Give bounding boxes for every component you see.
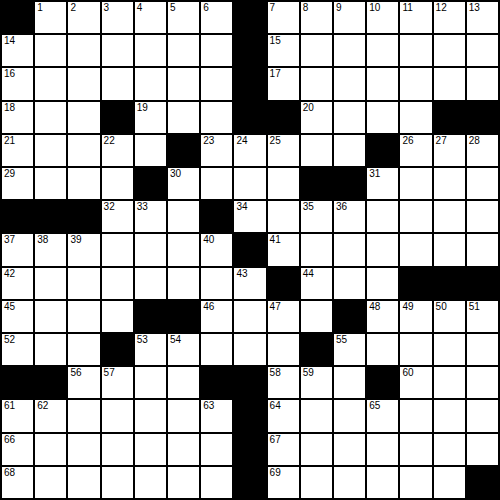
clue-number-15: 15 — [270, 35, 281, 47]
clue-number-6: 6 — [203, 2, 209, 14]
clue-number-17: 17 — [270, 68, 281, 80]
white-cell-r7c10[interactable]: 35 — [301, 201, 332, 232]
white-cell-r11c3[interactable] — [68, 334, 99, 365]
black-square-r10c5 — [135, 301, 166, 332]
white-cell-r11c14[interactable] — [434, 334, 465, 365]
clue-number-31: 31 — [369, 168, 380, 180]
white-cell-r7c13[interactable] — [400, 201, 431, 232]
white-cell-r7c4[interactable]: 32 — [102, 201, 133, 232]
white-cell-r10c2[interactable] — [35, 301, 66, 332]
clue-number-58: 58 — [270, 367, 281, 379]
white-cell-r14c9[interactable]: 67 — [268, 434, 299, 465]
black-square-r12c12 — [367, 367, 398, 398]
white-cell-r5c5[interactable] — [135, 135, 166, 166]
white-cell-r2c9[interactable]: 15 — [268, 35, 299, 66]
black-square-r9c15 — [467, 268, 498, 299]
white-cell-r10c1[interactable]: 45 — [2, 301, 33, 332]
white-cell-r14c10[interactable] — [301, 434, 332, 465]
clue-number-35: 35 — [303, 201, 314, 213]
clue-number-61: 61 — [4, 400, 15, 412]
white-cell-r15c14[interactable] — [434, 467, 465, 498]
white-cell-r13c10[interactable] — [301, 400, 332, 431]
white-cell-r13c12[interactable]: 65 — [367, 400, 398, 431]
white-cell-r13c3[interactable] — [68, 400, 99, 431]
white-cell-r9c11[interactable] — [334, 268, 365, 299]
white-cell-r4c5[interactable]: 19 — [135, 102, 166, 133]
white-cell-r12c9[interactable]: 58 — [268, 367, 299, 398]
white-cell-r14c4[interactable] — [102, 434, 133, 465]
white-cell-r1c13[interactable]: 11 — [400, 2, 431, 33]
white-cell-r13c11[interactable] — [334, 400, 365, 431]
white-cell-r3c15[interactable] — [467, 68, 498, 99]
white-cell-r12c13[interactable]: 60 — [400, 367, 431, 398]
black-square-r12c1 — [2, 367, 33, 398]
black-square-r7c7 — [201, 201, 232, 232]
white-cell-r10c9[interactable]: 47 — [268, 301, 299, 332]
white-cell-r3c13[interactable] — [400, 68, 431, 99]
white-cell-r8c2[interactable]: 38 — [35, 234, 66, 265]
white-cell-r8c3[interactable]: 39 — [68, 234, 99, 265]
clue-number-20: 20 — [303, 102, 314, 114]
black-square-r15c15 — [467, 467, 498, 498]
white-cell-r2c10[interactable] — [301, 35, 332, 66]
white-cell-r9c12[interactable] — [367, 268, 398, 299]
clue-number-39: 39 — [70, 234, 81, 246]
white-cell-r3c5[interactable] — [135, 68, 166, 99]
white-cell-r4c11[interactable] — [334, 102, 365, 133]
white-cell-r10c4[interactable] — [102, 301, 133, 332]
white-cell-r4c6[interactable] — [168, 102, 199, 133]
white-cell-r14c14[interactable] — [434, 434, 465, 465]
white-cell-r15c11[interactable] — [334, 467, 365, 498]
white-cell-r1c4[interactable]: 3 — [102, 2, 133, 33]
white-cell-r3c2[interactable] — [35, 68, 66, 99]
white-cell-r10c13[interactable]: 49 — [400, 301, 431, 332]
black-square-r4c9 — [268, 102, 299, 133]
black-square-r4c4 — [102, 102, 133, 133]
black-square-r1c8 — [234, 2, 265, 33]
black-square-r10c11 — [334, 301, 365, 332]
white-cell-r3c14[interactable] — [434, 68, 465, 99]
clue-number-28: 28 — [469, 135, 480, 147]
white-cell-r15c9[interactable]: 69 — [268, 467, 299, 498]
white-cell-r4c7[interactable] — [201, 102, 232, 133]
white-cell-r6c12[interactable]: 31 — [367, 168, 398, 199]
white-cell-r2c1[interactable]: 14 — [2, 35, 33, 66]
white-cell-r13c1[interactable]: 61 — [2, 400, 33, 431]
white-cell-r10c15[interactable]: 51 — [467, 301, 498, 332]
white-cell-r11c12[interactable] — [367, 334, 398, 365]
white-cell-r15c2[interactable] — [35, 467, 66, 498]
white-cell-r1c14[interactable]: 12 — [434, 2, 465, 33]
white-cell-r12c5[interactable] — [135, 367, 166, 398]
white-cell-r4c12[interactable] — [367, 102, 398, 133]
white-cell-r14c7[interactable] — [201, 434, 232, 465]
white-cell-r15c7[interactable] — [201, 467, 232, 498]
white-cell-r13c2[interactable]: 62 — [35, 400, 66, 431]
white-cell-r15c3[interactable] — [68, 467, 99, 498]
black-square-r11c4 — [102, 334, 133, 365]
white-cell-r8c10[interactable] — [301, 234, 332, 265]
clue-number-55: 55 — [336, 334, 347, 346]
white-cell-r13c15[interactable] — [467, 400, 498, 431]
black-square-r9c13 — [400, 268, 431, 299]
white-cell-r4c3[interactable] — [68, 102, 99, 133]
white-cell-r5c11[interactable] — [334, 135, 365, 166]
white-cell-r10c10[interactable] — [301, 301, 332, 332]
white-cell-r14c11[interactable] — [334, 434, 365, 465]
white-cell-r14c5[interactable] — [135, 434, 166, 465]
clue-number-25: 25 — [270, 135, 281, 147]
white-cell-r5c8[interactable]: 24 — [234, 135, 265, 166]
white-cell-r5c3[interactable] — [68, 135, 99, 166]
clue-number-69: 69 — [270, 467, 281, 479]
white-cell-r1c9[interactable]: 7 — [268, 2, 299, 33]
clue-number-42: 42 — [4, 268, 15, 280]
white-cell-r8c13[interactable] — [400, 234, 431, 265]
white-cell-r5c13[interactable]: 26 — [400, 135, 431, 166]
white-cell-r10c14[interactable]: 50 — [434, 301, 465, 332]
white-cell-r14c12[interactable] — [367, 434, 398, 465]
clue-number-10: 10 — [369, 2, 380, 14]
white-cell-r12c3[interactable]: 56 — [68, 367, 99, 398]
white-cell-r4c13[interactable] — [400, 102, 431, 133]
white-cell-r2c6[interactable] — [168, 35, 199, 66]
black-square-r15c8 — [234, 467, 265, 498]
black-square-r7c3 — [68, 201, 99, 232]
clue-number-16: 16 — [4, 68, 15, 80]
clue-number-18: 18 — [4, 102, 15, 114]
white-cell-r2c14[interactable] — [434, 35, 465, 66]
clue-number-60: 60 — [402, 367, 413, 379]
clue-number-37: 37 — [4, 234, 15, 246]
white-cell-r1c7[interactable]: 6 — [201, 2, 232, 33]
clue-number-51: 51 — [469, 301, 480, 313]
white-cell-r5c14[interactable]: 27 — [434, 135, 465, 166]
black-square-r12c7 — [201, 367, 232, 398]
white-cell-r12c15[interactable] — [467, 367, 498, 398]
clue-number-27: 27 — [436, 135, 447, 147]
clue-number-53: 53 — [137, 334, 148, 346]
black-square-r1c1 — [2, 2, 33, 33]
white-cell-r8c12[interactable] — [367, 234, 398, 265]
white-cell-r5c15[interactable]: 28 — [467, 135, 498, 166]
black-square-r12c2 — [35, 367, 66, 398]
black-square-r6c11 — [334, 168, 365, 199]
white-cell-r4c10[interactable]: 20 — [301, 102, 332, 133]
white-cell-r6c3[interactable] — [68, 168, 99, 199]
clue-number-56: 56 — [70, 367, 81, 379]
white-cell-r12c14[interactable] — [434, 367, 465, 398]
white-cell-r2c5[interactable] — [135, 35, 166, 66]
white-cell-r5c9[interactable]: 25 — [268, 135, 299, 166]
black-square-r9c9 — [268, 268, 299, 299]
white-cell-r6c8[interactable] — [234, 168, 265, 199]
white-cell-r15c10[interactable] — [301, 467, 332, 498]
clue-number-7: 7 — [270, 2, 276, 14]
clue-number-46: 46 — [203, 301, 214, 313]
clue-number-67: 67 — [270, 434, 281, 446]
clue-number-22: 22 — [104, 135, 115, 147]
white-cell-r11c2[interactable] — [35, 334, 66, 365]
white-cell-r3c9[interactable]: 17 — [268, 68, 299, 99]
white-cell-r9c10[interactable]: 44 — [301, 268, 332, 299]
white-cell-r14c2[interactable] — [35, 434, 66, 465]
white-cell-r9c1[interactable]: 42 — [2, 268, 33, 299]
white-cell-r2c15[interactable] — [467, 35, 498, 66]
white-cell-r2c3[interactable] — [68, 35, 99, 66]
white-cell-r11c6[interactable]: 54 — [168, 334, 199, 365]
white-cell-r3c4[interactable] — [102, 68, 133, 99]
clue-number-44: 44 — [303, 268, 314, 280]
black-square-r6c5 — [135, 168, 166, 199]
clue-number-21: 21 — [4, 135, 15, 147]
white-cell-r2c11[interactable] — [334, 35, 365, 66]
white-cell-r1c15[interactable]: 13 — [467, 2, 498, 33]
clue-number-24: 24 — [236, 135, 247, 147]
white-cell-r5c2[interactable] — [35, 135, 66, 166]
black-square-r7c2 — [35, 201, 66, 232]
clue-number-9: 9 — [336, 2, 342, 14]
clue-number-11: 11 — [402, 2, 412, 14]
black-square-r5c12 — [367, 135, 398, 166]
white-cell-r13c4[interactable] — [102, 400, 133, 431]
white-cell-r3c3[interactable] — [68, 68, 99, 99]
black-square-r4c8 — [234, 102, 265, 133]
white-cell-r14c1[interactable]: 66 — [2, 434, 33, 465]
white-cell-r11c13[interactable] — [400, 334, 431, 365]
clue-number-4: 4 — [137, 2, 143, 14]
white-cell-r13c5[interactable] — [135, 400, 166, 431]
white-cell-r10c8[interactable] — [234, 301, 265, 332]
white-cell-r15c13[interactable] — [400, 467, 431, 498]
clue-number-34: 34 — [236, 201, 247, 213]
white-cell-r8c6[interactable] — [168, 234, 199, 265]
white-cell-r2c2[interactable] — [35, 35, 66, 66]
white-cell-r1c5[interactable]: 4 — [135, 2, 166, 33]
white-cell-r5c7[interactable]: 23 — [201, 135, 232, 166]
clue-number-54: 54 — [170, 334, 181, 346]
white-cell-r10c7[interactable]: 46 — [201, 301, 232, 332]
white-cell-r8c1[interactable]: 37 — [2, 234, 33, 265]
white-cell-r6c15[interactable] — [467, 168, 498, 199]
white-cell-r8c5[interactable] — [135, 234, 166, 265]
white-cell-r11c8[interactable] — [234, 334, 265, 365]
black-square-r9c14 — [434, 268, 465, 299]
white-cell-r6c2[interactable] — [35, 168, 66, 199]
clue-number-32: 32 — [104, 201, 115, 213]
clue-number-2: 2 — [70, 2, 76, 14]
clue-number-63: 63 — [203, 400, 214, 412]
white-cell-r1c12[interactable]: 10 — [367, 2, 398, 33]
white-cell-r12c4[interactable]: 57 — [102, 367, 133, 398]
clue-number-52: 52 — [4, 334, 15, 346]
white-cell-r8c15[interactable] — [467, 234, 498, 265]
black-square-r7c1 — [2, 201, 33, 232]
clue-number-66: 66 — [4, 434, 15, 446]
white-cell-r13c9[interactable]: 64 — [268, 400, 299, 431]
white-cell-r6c7[interactable] — [201, 168, 232, 199]
clue-number-59: 59 — [303, 367, 314, 379]
white-cell-r10c12[interactable]: 48 — [367, 301, 398, 332]
clue-number-64: 64 — [270, 400, 281, 412]
white-cell-r7c8[interactable]: 34 — [234, 201, 265, 232]
white-cell-r7c9[interactable] — [268, 201, 299, 232]
white-cell-r2c13[interactable] — [400, 35, 431, 66]
white-cell-r12c10[interactable]: 59 — [301, 367, 332, 398]
white-cell-r11c1[interactable]: 52 — [2, 334, 33, 365]
white-cell-r13c14[interactable] — [434, 400, 465, 431]
black-square-r6c10 — [301, 168, 332, 199]
white-cell-r4c2[interactable] — [35, 102, 66, 133]
white-cell-r11c9[interactable] — [268, 334, 299, 365]
white-cell-r9c4[interactable] — [102, 268, 133, 299]
clue-number-38: 38 — [37, 234, 48, 246]
white-cell-r2c7[interactable] — [201, 35, 232, 66]
clue-number-45: 45 — [4, 301, 15, 313]
white-cell-r14c13[interactable] — [400, 434, 431, 465]
white-cell-r1c2[interactable]: 1 — [35, 2, 66, 33]
black-square-r12c8 — [234, 367, 265, 398]
white-cell-r7c15[interactable] — [467, 201, 498, 232]
white-cell-r15c4[interactable] — [102, 467, 133, 498]
white-cell-r14c3[interactable] — [68, 434, 99, 465]
white-cell-r2c12[interactable] — [367, 35, 398, 66]
white-cell-r8c14[interactable] — [434, 234, 465, 265]
white-cell-r1c3[interactable]: 2 — [68, 2, 99, 33]
clue-number-33: 33 — [137, 201, 148, 213]
white-cell-r13c7[interactable]: 63 — [201, 400, 232, 431]
white-cell-r13c6[interactable] — [168, 400, 199, 431]
white-cell-r8c7[interactable]: 40 — [201, 234, 232, 265]
white-cell-r9c6[interactable] — [168, 268, 199, 299]
white-cell-r7c11[interactable]: 36 — [334, 201, 365, 232]
white-cell-r5c1[interactable]: 21 — [2, 135, 33, 166]
clue-number-1: 1 — [37, 2, 43, 14]
black-square-r14c8 — [234, 434, 265, 465]
white-cell-r8c9[interactable]: 41 — [268, 234, 299, 265]
clue-number-48: 48 — [369, 301, 380, 313]
white-cell-r11c5[interactable]: 53 — [135, 334, 166, 365]
white-cell-r1c10[interactable]: 8 — [301, 2, 332, 33]
white-cell-r11c11[interactable]: 55 — [334, 334, 365, 365]
black-square-r3c8 — [234, 68, 265, 99]
white-cell-r8c11[interactable] — [334, 234, 365, 265]
clue-number-3: 3 — [104, 2, 110, 14]
white-cell-r3c6[interactable] — [168, 68, 199, 99]
white-cell-r1c11[interactable]: 9 — [334, 2, 365, 33]
white-cell-r9c2[interactable] — [35, 268, 66, 299]
clue-number-40: 40 — [203, 234, 214, 246]
white-cell-r9c8[interactable]: 43 — [234, 268, 265, 299]
clue-number-62: 62 — [37, 400, 48, 412]
black-square-r11c10 — [301, 334, 332, 365]
clue-number-23: 23 — [203, 135, 214, 147]
clue-number-5: 5 — [170, 2, 176, 14]
white-cell-r5c10[interactable] — [301, 135, 332, 166]
black-square-r4c14 — [434, 102, 465, 133]
white-cell-r3c11[interactable] — [334, 68, 365, 99]
white-cell-r6c14[interactable] — [434, 168, 465, 199]
white-cell-r11c7[interactable] — [201, 334, 232, 365]
white-cell-r10c3[interactable] — [68, 301, 99, 332]
white-cell-r2c4[interactable] — [102, 35, 133, 66]
white-cell-r12c11[interactable] — [334, 367, 365, 398]
clue-number-41: 41 — [270, 234, 281, 246]
white-cell-r6c4[interactable] — [102, 168, 133, 199]
clue-number-36: 36 — [336, 201, 347, 213]
clue-number-57: 57 — [104, 367, 115, 379]
white-cell-r9c7[interactable] — [201, 268, 232, 299]
white-cell-r14c6[interactable] — [168, 434, 199, 465]
white-cell-r13c13[interactable] — [400, 400, 431, 431]
white-cell-r8c4[interactable] — [102, 234, 133, 265]
clue-number-13: 13 — [469, 2, 480, 14]
white-cell-r15c1[interactable]: 68 — [2, 467, 33, 498]
white-cell-r14c15[interactable] — [467, 434, 498, 465]
white-cell-r7c5[interactable]: 33 — [135, 201, 166, 232]
white-cell-r15c12[interactable] — [367, 467, 398, 498]
clue-number-12: 12 — [436, 2, 447, 14]
clue-number-14: 14 — [4, 35, 15, 47]
clue-number-19: 19 — [137, 102, 148, 114]
white-cell-r9c3[interactable] — [68, 268, 99, 299]
black-square-r13c8 — [234, 400, 265, 431]
white-cell-r7c12[interactable] — [367, 201, 398, 232]
clue-number-26: 26 — [402, 135, 413, 147]
black-square-r5c6 — [168, 135, 199, 166]
clue-number-68: 68 — [4, 467, 15, 479]
clue-number-30: 30 — [170, 168, 181, 180]
white-cell-r9c5[interactable] — [135, 268, 166, 299]
white-cell-r11c15[interactable] — [467, 334, 498, 365]
white-cell-r6c13[interactable] — [400, 168, 431, 199]
white-cell-r3c7[interactable] — [201, 68, 232, 99]
clue-number-50: 50 — [436, 301, 447, 313]
white-cell-r7c14[interactable] — [434, 201, 465, 232]
black-square-r4c15 — [467, 102, 498, 133]
clue-number-47: 47 — [270, 301, 281, 313]
white-cell-r4c1[interactable]: 18 — [2, 102, 33, 133]
clue-number-49: 49 — [402, 301, 413, 313]
white-cell-r12c6[interactable] — [168, 367, 199, 398]
white-cell-r6c6[interactable]: 30 — [168, 168, 199, 199]
white-cell-r1c6[interactable]: 5 — [168, 2, 199, 33]
black-square-r8c8 — [234, 234, 265, 265]
clue-number-65: 65 — [369, 400, 380, 412]
clue-number-29: 29 — [4, 168, 15, 180]
white-cell-r3c12[interactable] — [367, 68, 398, 99]
white-cell-r3c10[interactable] — [301, 68, 332, 99]
white-cell-r15c5[interactable] — [135, 467, 166, 498]
white-cell-r5c4[interactable]: 22 — [102, 135, 133, 166]
crossword-grid: 1234567891011121314151617181920212223242… — [0, 0, 500, 500]
white-cell-r7c6[interactable] — [168, 201, 199, 232]
white-cell-r15c6[interactable] — [168, 467, 199, 498]
white-cell-r6c1[interactable]: 29 — [2, 168, 33, 199]
black-square-r10c6 — [168, 301, 199, 332]
white-cell-r3c1[interactable]: 16 — [2, 68, 33, 99]
black-square-r2c8 — [234, 35, 265, 66]
clue-number-8: 8 — [303, 2, 309, 14]
white-cell-r6c9[interactable] — [268, 168, 299, 199]
clue-number-43: 43 — [236, 268, 247, 280]
